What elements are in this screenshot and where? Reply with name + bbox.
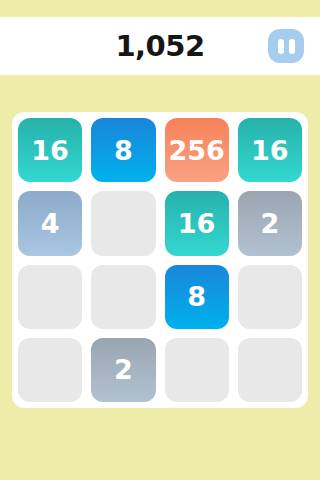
empty-cell-r3c1 — [18, 265, 82, 329]
tile-r2c1-value-4: 4 — [18, 191, 82, 255]
tile-r1c2-value-8: 8 — [91, 118, 155, 182]
empty-cell-r4c4 — [238, 338, 302, 402]
pause-button[interactable] — [268, 29, 304, 63]
tile-r1c4-value-16: 16 — [238, 118, 302, 182]
empty-cell-r4c3 — [165, 338, 229, 402]
tile-r4c2-value-2: 2 — [91, 338, 155, 402]
pause-bar-right — [289, 39, 295, 54]
tile-r2c4-value-2: 2 — [238, 191, 302, 255]
empty-cell-r2c2 — [91, 191, 155, 255]
game-screen: 1,052 16825616416282 — [0, 0, 320, 480]
score-header: 1,052 — [0, 17, 320, 75]
game-board[interactable]: 16825616416282 — [12, 112, 308, 408]
score-value: 1,052 — [115, 29, 204, 63]
pause-icon — [278, 39, 295, 54]
tile-r1c1-value-16: 16 — [18, 118, 82, 182]
empty-cell-r3c2 — [91, 265, 155, 329]
pause-bar-left — [278, 39, 284, 54]
tile-r1c3-value-256: 256 — [165, 118, 229, 182]
tile-r3c3-value-8: 8 — [165, 265, 229, 329]
empty-cell-r3c4 — [238, 265, 302, 329]
tile-r2c3-value-16: 16 — [165, 191, 229, 255]
empty-cell-r4c1 — [18, 338, 82, 402]
